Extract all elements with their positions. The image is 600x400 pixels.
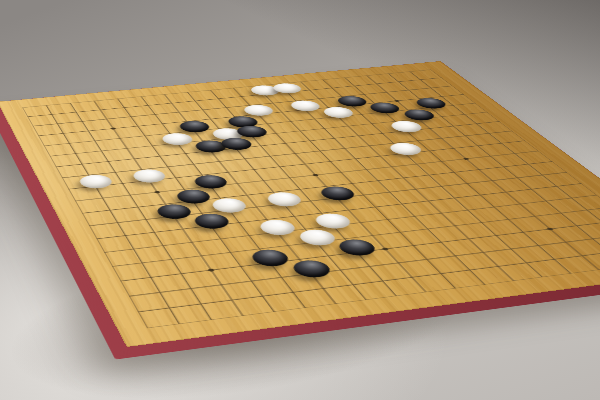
stones-layer [22, 70, 600, 329]
white-stone[interactable] [312, 212, 356, 230]
board-surface[interactable] [0, 61, 600, 347]
black-stone[interactable] [154, 203, 195, 220]
black-stone[interactable] [366, 102, 404, 115]
white-stone[interactable] [320, 106, 357, 119]
black-stone[interactable] [176, 120, 212, 134]
black-stone[interactable] [173, 188, 213, 205]
white-stone[interactable] [209, 197, 251, 214]
white-stone[interactable] [240, 104, 276, 117]
black-stone[interactable] [400, 108, 439, 121]
black-stone[interactable] [248, 248, 293, 268]
white-stone[interactable] [287, 99, 324, 112]
scene-3d [0, 0, 600, 400]
white-stone[interactable] [385, 142, 426, 157]
white-stone[interactable] [295, 228, 340, 247]
black-stone[interactable] [289, 259, 336, 279]
white-stone[interactable] [387, 120, 426, 134]
go-board [0, 61, 600, 359]
black-stone[interactable] [333, 95, 370, 107]
photo-backdrop [0, 0, 600, 400]
black-stone[interactable] [317, 185, 359, 202]
white-stone[interactable] [256, 218, 300, 236]
white-stone[interactable] [77, 174, 115, 190]
white-stone[interactable] [159, 132, 196, 146]
white-stone[interactable] [263, 191, 305, 208]
black-stone[interactable] [412, 97, 450, 110]
black-stone[interactable] [191, 174, 231, 190]
black-stone[interactable] [335, 238, 381, 257]
white-stone[interactable] [130, 168, 169, 184]
black-stone[interactable] [190, 212, 232, 230]
